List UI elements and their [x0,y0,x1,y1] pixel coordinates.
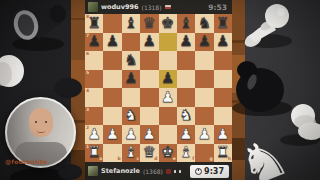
square-g1[interactable]: g [195,144,213,163]
square-c2[interactable]: ♟ [122,125,140,144]
piece-white-bishop[interactable]: ♝ [177,144,195,163]
bottom-player-clock-time: 9:37 [204,167,224,176]
wood-strip-left [71,0,86,180]
chess-app-panel: woduv996 (1318) 9:53 8♜♝♛♚♝♞♜7♟♟♟♟♟♟6♞5♟… [85,0,232,180]
square-h6[interactable] [214,51,232,70]
square-e1[interactable]: e♚ [159,144,177,163]
piece-white-pawn[interactable]: ♟ [214,125,232,144]
square-e4[interactable]: ♟ [159,88,177,107]
bottom-player-badge-mark [179,170,181,173]
square-c5[interactable]: ♟ [122,70,140,89]
piece-white-knight[interactable]: ♞ [177,107,195,126]
top-player-flag-icon [165,5,171,9]
piece-white-pawn[interactable]: ♟ [195,125,213,144]
square-d5[interactable] [140,70,158,89]
square-b3[interactable] [103,107,121,126]
square-d6[interactable] [140,51,158,70]
square-d8[interactable]: ♛ [140,14,158,33]
piece-white-bishop[interactable]: ♝ [122,144,140,163]
square-e6[interactable] [159,51,177,70]
piece-white-pawn[interactable]: ♟ [159,88,177,107]
rank-coordinate-label: 5 [86,71,89,76]
rank-coordinate-label: 6 [86,52,89,57]
square-g8[interactable]: ♞ [195,14,213,33]
square-b7[interactable]: ♟ [103,33,121,52]
square-h2[interactable]: ♟ [214,125,232,144]
bottom-player-badge-icon [166,169,171,174]
bottom-player-clock: 9:37 [190,165,229,178]
piece-white-pawn[interactable]: ♟ [103,125,121,144]
square-f6[interactable] [177,51,195,70]
square-e7[interactable] [159,33,177,52]
channel-watermark: @footbolite [5,158,48,165]
piece-black-king[interactable]: ♚ [159,14,177,33]
square-e2[interactable] [159,125,177,144]
square-c3[interactable]: ♞ [122,107,140,126]
top-player-name[interactable]: woduv996 [101,3,139,11]
square-f7[interactable]: ♟ [177,33,195,52]
piece-white-rook[interactable]: ♜ [85,144,103,163]
square-b4[interactable] [103,88,121,107]
square-h5[interactable] [214,70,232,89]
piece-white-pawn[interactable]: ♟ [85,125,103,144]
square-h1[interactable]: h♜ [214,144,232,163]
square-a3[interactable]: 3 [85,107,103,126]
square-f4[interactable] [177,88,195,107]
piece-white-king[interactable]: ♚ [159,144,177,163]
bottom-player-name[interactable]: Stefanozle [101,167,140,175]
person-head [29,108,53,137]
fallen-white-pawn-top-right [242,4,292,50]
piece-white-pawn[interactable]: ♟ [177,125,195,144]
piece-white-rook[interactable]: ♜ [214,144,232,163]
piece-black-knight[interactable]: ♞ [195,14,213,33]
square-g4[interactable] [195,88,213,107]
person-smile [36,127,45,133]
square-b1[interactable]: b [103,144,121,163]
square-h8[interactable]: ♜ [214,14,232,33]
square-c8[interactable]: ♝ [122,14,140,33]
square-c4[interactable] [122,88,140,107]
square-f5[interactable] [177,70,195,89]
square-c1[interactable]: c♝ [122,144,140,163]
piece-white-pawn[interactable]: ♟ [140,125,158,144]
square-f8[interactable]: ♝ [177,14,195,33]
square-d7[interactable]: ♟ [140,33,158,52]
dark-piece-base-left [54,78,82,98]
piece-black-pawn[interactable]: ♟ [195,33,213,52]
square-a4[interactable]: 4 [85,88,103,107]
square-a1[interactable]: 1a♜ [85,144,103,163]
square-e5[interactable]: ♟ [159,70,177,89]
square-f3[interactable]: ♞ [177,107,195,126]
square-f2[interactable]: ♟ [177,125,195,144]
fallen-white-piece-far-right [280,104,320,146]
white-piece-left-edge [0,55,24,87]
square-b5[interactable] [103,70,121,89]
piece-white-pawn[interactable]: ♟ [122,125,140,144]
piece-black-rook[interactable]: ♜ [214,14,232,33]
square-d3[interactable] [140,107,158,126]
piece-white-queen[interactable]: ♛ [140,144,158,163]
file-coordinate-label: b [118,157,121,162]
rank-coordinate-label: 3 [86,108,89,113]
bottom-player-bar: Stefanozle (1368) 9:37 [85,162,232,180]
piece-black-bishop[interactable]: ♝ [122,14,140,33]
piece-black-queen[interactable]: ♛ [140,14,158,33]
video-frame: ♞ woduv996 (1318) 9:53 8♜♝♛♚♝♞♜7♟♟♟♟♟♟6♞… [0,0,320,180]
clock-icon [195,168,202,175]
piece-black-pawn[interactable]: ♟ [103,33,121,52]
square-b6[interactable] [103,51,121,70]
person-eye [35,121,37,123]
file-coordinate-label: g [209,157,212,162]
square-e3[interactable] [159,107,177,126]
square-d1[interactable]: d♛ [140,144,158,163]
bottom-player-badge-mark [174,170,176,173]
webcam-person [7,99,74,166]
square-a6[interactable]: 6 [85,51,103,70]
chess-board[interactable]: 8♜♝♛♚♝♞♜7♟♟♟♟♟♟6♞5♟♟4♟3♞♞2♟♟♟♟♟♟♟1a♜bc♝d… [85,14,232,162]
piece-black-pawn[interactable]: ♟ [122,70,140,89]
top-player-rating: (1318) [142,4,162,11]
square-a8[interactable]: 8♜ [85,14,103,33]
top-player-clock: 9:53 [208,3,229,12]
square-a5[interactable]: 5 [85,70,103,89]
square-f1[interactable]: f♝ [177,144,195,163]
piece-black-bishop[interactable]: ♝ [177,14,195,33]
square-g7[interactable]: ♟ [195,33,213,52]
piece-black-pawn[interactable]: ♟ [85,33,103,52]
square-a7[interactable]: 7♟ [85,33,103,52]
piece-black-pawn[interactable]: ♟ [177,33,195,52]
white-knight-bottom-right: ♞ [229,124,297,180]
piece-black-rook[interactable]: ♜ [85,14,103,33]
square-g2[interactable]: ♟ [195,125,213,144]
square-d4[interactable] [140,88,158,107]
square-d2[interactable]: ♟ [140,125,158,144]
square-g6[interactable] [195,51,213,70]
square-c7[interactable] [122,33,140,52]
piece-black-pawn[interactable]: ♟ [140,33,158,52]
black-piece-mid-right [232,61,292,116]
square-g5[interactable] [195,70,213,89]
square-b2[interactable]: ♟ [103,125,121,144]
square-a2[interactable]: 2♟ [85,125,103,144]
piece-black-knight[interactable]: ♞ [122,51,140,70]
top-player-bar: woduv996 (1318) 9:53 [85,0,232,14]
wood-strip-right [232,0,245,180]
piece-black-pawn[interactable]: ♟ [214,33,232,52]
piece-black-pawn[interactable]: ♟ [159,70,177,89]
person-eye [45,121,47,123]
rank-coordinate-label: 4 [86,89,89,94]
fallen-black-piece-top-left [11,5,66,51]
square-b8[interactable] [103,14,121,33]
top-player-avatar[interactable] [88,2,98,12]
square-h4[interactable] [214,88,232,107]
square-h3[interactable] [214,107,232,126]
square-h7[interactable]: ♟ [214,33,232,52]
bottom-player-avatar[interactable] [88,166,98,176]
piece-white-knight[interactable]: ♞ [122,107,140,126]
square-g3[interactable] [195,107,213,126]
square-c6[interactable]: ♞ [122,51,140,70]
square-e8[interactable]: ♚ [159,14,177,33]
bottom-player-rating: (1368) [143,168,163,175]
